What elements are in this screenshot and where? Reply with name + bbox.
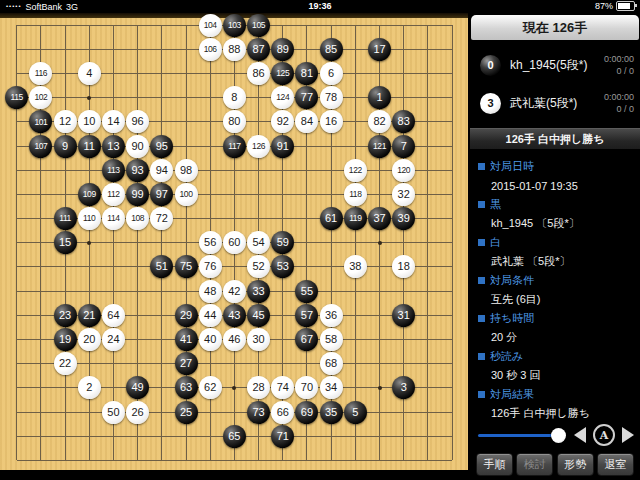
leave-room-button[interactable]: 退室 [597,453,634,476]
stone-white-42: 42 [223,280,246,303]
player-row-black: 0kh_1945(5段*)0:00:000 / 0 [476,46,634,84]
detail-label: 対局日時 [478,157,632,176]
stone-white-48: 48 [199,280,222,303]
stone-white-10: 10 [78,110,101,133]
detail-value: kh_1945 〔5段*〕 [478,214,632,233]
review-button[interactable]: 検討 [516,453,553,476]
stone-white-22: 22 [54,352,77,375]
hoshi-dot [87,241,91,245]
stone-white-14: 14 [102,110,125,133]
stone-black-117: 117 [223,135,246,158]
stone-black-85: 85 [320,38,343,61]
stone-black-55: 55 [295,280,318,303]
stone-white-122: 122 [344,159,367,182]
blue-square-bullet-icon [478,201,485,208]
stone-white-112: 112 [102,183,125,206]
battery-info: 87% [595,1,635,11]
stone-white-30: 30 [247,328,270,351]
stone-white-88: 88 [223,38,246,61]
app-root: ••••• SoftBank 3G 19:36 87% 104103105106… [0,0,640,480]
stone-black-99: 99 [126,183,149,206]
goban-grid[interactable]: 1041031051068887898517116486125816115102… [5,13,465,473]
stone-black-49: 49 [126,376,149,399]
detail-value: 126手 白中押し勝ち [478,404,632,423]
stone-white-36: 36 [320,304,343,327]
blue-square-bullet-icon [478,163,485,170]
stone-white-8: 8 [223,86,246,109]
detail-value: 2015-01-07 19:35 [478,176,632,195]
stone-black-37: 37 [368,207,391,230]
detail-value: 20 分 [478,328,632,347]
stone-white-118: 118 [344,183,367,206]
players-list: 0kh_1945(5段*)0:00:000 / 03武礼葉(5段*)0:00:0… [470,40,640,124]
stone-white-52: 52 [247,255,270,278]
blue-square-bullet-icon [478,277,485,284]
player-clock: 0:00:000 / 0 [604,91,634,115]
battery-icon [616,1,635,11]
stone-white-106: 106 [199,38,222,61]
stone-black-5: 5 [344,401,367,424]
stone-black-33: 33 [247,280,270,303]
blue-square-bullet-icon [478,315,485,322]
stone-white-76: 76 [199,255,222,278]
stone-white-38: 38 [344,255,367,278]
stone-white-20: 20 [78,328,101,351]
stone-black-3: 3 [392,376,415,399]
moves-button[interactable]: 手順 [476,453,513,476]
stone-black-29: 29 [175,304,198,327]
player-name: kh_1945(5段*) [510,57,604,74]
stone-black-19: 19 [54,328,77,351]
stone-black-25: 25 [175,401,198,424]
battery-percent: 87% [595,1,613,11]
stone-black-67: 67 [295,328,318,351]
stone-black-23: 23 [54,304,77,327]
stone-black-27: 27 [175,352,198,375]
stone-white-50: 50 [102,401,125,424]
stone-white-116: 116 [29,62,52,85]
stone-black-65: 65 [223,425,246,448]
stone-white-78: 78 [320,86,343,109]
stone-white-120: 120 [392,159,415,182]
stone-white-12: 12 [54,110,77,133]
stone-white-24: 24 [102,328,125,351]
stone-black-75: 75 [175,255,198,278]
stone-white-56: 56 [199,231,222,254]
stone-white-6: 6 [320,62,343,85]
stone-black-111: 111 [54,207,77,230]
stone-white-4: 4 [78,62,101,85]
stone-black-69: 69 [295,401,318,424]
stone-white-46: 46 [223,328,246,351]
stone-black-21: 21 [78,304,101,327]
stone-white-102: 102 [29,86,52,109]
stone-black-45: 45 [247,304,270,327]
auto-play-button[interactable]: A [593,424,615,446]
stone-white-110: 110 [78,207,101,230]
stone-black-95: 95 [150,135,173,158]
stone-black-61: 61 [320,207,343,230]
stone-white-40: 40 [199,328,222,351]
stone-white-82: 82 [368,110,391,133]
playback-controls: A [470,422,640,448]
stone-black-59: 59 [271,231,294,254]
current-move-header: 現在 126手 [471,15,639,40]
detail-label: 持ち時間 [478,309,632,328]
stone-black-97: 97 [150,183,173,206]
stone-white-104: 104 [199,14,222,37]
stone-white-44: 44 [199,304,222,327]
result-bar: 126手 白中押し勝ち [470,128,640,150]
stone-white-114: 114 [102,207,125,230]
slider-track[interactable] [478,434,558,437]
detail-value: 武礼葉 〔5段*〕 [478,252,632,271]
detail-label: 黒 [478,195,632,214]
stone-black-89: 89 [271,38,294,61]
stone-white-98: 98 [175,159,198,182]
stone-white-100: 100 [175,183,198,206]
stone-white-96: 96 [126,110,149,133]
stone-white-60: 60 [223,231,246,254]
stone-black-103: 103 [223,14,246,37]
next-move-button[interactable] [622,427,634,443]
white-stone-captures-icon: 3 [480,93,501,114]
stone-white-16: 16 [320,110,343,133]
stone-black-87: 87 [247,38,270,61]
stone-white-108: 108 [126,207,149,230]
stone-black-73: 73 [247,401,270,424]
stone-black-15: 15 [54,231,77,254]
game-details: 対局日時2015-01-07 19:35黒kh_1945 〔5段*〕白武礼葉 〔… [470,150,640,423]
stone-white-70: 70 [295,376,318,399]
stone-white-58: 58 [320,328,343,351]
stone-black-93: 93 [126,159,149,182]
stone-black-83: 83 [392,110,415,133]
stone-black-71: 71 [271,425,294,448]
stone-black-105: 105 [247,14,270,37]
stone-white-28: 28 [247,376,270,399]
stone-white-18: 18 [392,255,415,278]
detail-value: 互先 (6目) [478,290,632,309]
stone-white-74: 74 [271,376,294,399]
stone-black-13: 13 [102,135,125,158]
stone-white-64: 64 [102,304,125,327]
status-bar: ••••• SoftBank 3G 19:36 87% [0,0,640,13]
slider-knob[interactable] [551,428,566,443]
go-board[interactable]: 1041031051068887898517116486125816115102… [0,13,468,470]
move-slider[interactable] [478,428,558,443]
detail-value: 30 秒 3 回 [478,366,632,385]
stone-white-68: 68 [320,352,343,375]
stone-black-51: 51 [150,255,173,278]
stone-white-2: 2 [78,376,101,399]
stone-black-11: 11 [78,135,101,158]
black-stone-captures-icon: 0 [480,55,501,76]
stone-white-54: 54 [247,231,270,254]
stone-white-34: 34 [320,376,343,399]
stone-black-77: 77 [295,86,318,109]
stone-black-81: 81 [295,62,318,85]
info-panel: 現在 126手 0kh_1945(5段*)0:00:000 / 03武礼葉(5段… [470,13,640,480]
prev-move-button[interactable] [574,427,586,443]
stone-black-7: 7 [392,135,415,158]
stone-white-124: 124 [271,86,294,109]
stone-black-17: 17 [368,38,391,61]
stone-white-126: 126 [247,135,270,158]
stone-black-121: 121 [368,135,391,158]
hoshi-dot [87,96,91,100]
blue-square-bullet-icon [478,391,485,398]
stone-black-109: 109 [78,183,101,206]
detail-label: 対局条件 [478,271,632,290]
stone-white-90: 90 [126,135,149,158]
bottom-toolbar: 手順検討形勢退室 [470,453,640,476]
blue-square-bullet-icon [478,353,485,360]
stone-black-57: 57 [295,304,318,327]
stone-black-115: 115 [5,86,28,109]
stone-black-63: 63 [175,376,198,399]
stone-black-91: 91 [271,135,294,158]
hoshi-dot [378,241,382,245]
stone-black-39: 39 [392,207,415,230]
stone-black-125: 125 [271,62,294,85]
stone-white-72: 72 [150,207,173,230]
hoshi-dot [378,386,382,390]
player-clock: 0:00:000 / 0 [604,53,634,77]
detail-label: 対局結果 [478,385,632,404]
stone-white-94: 94 [150,159,173,182]
stone-black-31: 31 [392,304,415,327]
stone-black-41: 41 [175,328,198,351]
stone-black-119: 119 [344,207,367,230]
stone-white-26: 26 [126,401,149,424]
stone-white-92: 92 [271,110,294,133]
hoshi-dot [232,386,236,390]
stone-white-62: 62 [199,376,222,399]
stone-black-53: 53 [271,255,294,278]
stone-black-1: 1 [368,86,391,109]
stone-white-86: 86 [247,62,270,85]
player-row-white: 3武礼葉(5段*)0:00:000 / 0 [476,84,634,122]
stone-white-84: 84 [295,110,318,133]
stone-white-80: 80 [223,110,246,133]
player-name: 武礼葉(5段*) [510,95,604,112]
stone-white-32: 32 [392,183,415,206]
evaluation-button[interactable]: 形勢 [557,453,594,476]
stone-black-107: 107 [29,135,52,158]
stone-white-66: 66 [271,401,294,424]
clock: 19:36 [0,1,640,11]
detail-label: 白 [478,233,632,252]
detail-label: 秒読み [478,347,632,366]
stone-black-101: 101 [29,110,52,133]
stone-black-43: 43 [223,304,246,327]
stone-black-113: 113 [102,159,125,182]
stone-black-35: 35 [320,401,343,424]
blue-square-bullet-icon [478,239,485,246]
stone-black-9: 9 [54,135,77,158]
